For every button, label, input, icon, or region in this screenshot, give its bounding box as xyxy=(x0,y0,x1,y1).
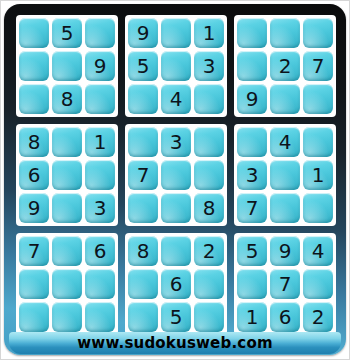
cell-r9c6[interactable] xyxy=(194,302,224,332)
cell-r5c3[interactable] xyxy=(85,160,115,190)
cell-r2c2[interactable] xyxy=(52,51,82,81)
cell-r7c5[interactable] xyxy=(161,236,191,266)
cell-r4c8[interactable]: 4 xyxy=(270,127,300,157)
cell-r3c7[interactable]: 9 xyxy=(237,84,267,114)
cell-r1c6[interactable]: 1 xyxy=(194,18,224,48)
cell-r8c3[interactable] xyxy=(85,269,115,299)
cell-r5c6[interactable] xyxy=(194,160,224,190)
cell-r8c5[interactable]: 6 xyxy=(161,269,191,299)
box-1: 598 xyxy=(16,15,118,117)
cell-r3c8[interactable] xyxy=(270,84,300,114)
box-7: 76 xyxy=(16,233,118,335)
cell-r4c5[interactable]: 3 xyxy=(161,127,191,157)
cell-r5c7[interactable]: 3 xyxy=(237,160,267,190)
cell-r4c9[interactable] xyxy=(303,127,333,157)
cell-r4c1[interactable]: 8 xyxy=(19,127,49,157)
cell-r1c7[interactable] xyxy=(237,18,267,48)
sudoku-widget: 598915342798169337843177682655947162 www… xyxy=(0,0,350,360)
cell-r2c3[interactable]: 9 xyxy=(85,51,115,81)
cell-r7c9[interactable]: 4 xyxy=(303,236,333,266)
cell-r2c8[interactable]: 2 xyxy=(270,51,300,81)
cell-r7c8[interactable]: 9 xyxy=(270,236,300,266)
cell-r6c9[interactable] xyxy=(303,193,333,223)
cell-r3c9[interactable] xyxy=(303,84,333,114)
cell-r9c3[interactable] xyxy=(85,302,115,332)
cell-r6c3[interactable]: 3 xyxy=(85,193,115,223)
cell-r6c8[interactable] xyxy=(270,193,300,223)
cell-r2c6[interactable]: 3 xyxy=(194,51,224,81)
cell-r7c6[interactable]: 2 xyxy=(194,236,224,266)
cell-r4c2[interactable] xyxy=(52,127,82,157)
cell-r1c1[interactable] xyxy=(19,18,49,48)
cell-r5c8[interactable] xyxy=(270,160,300,190)
cell-r5c2[interactable] xyxy=(52,160,82,190)
cell-r3c1[interactable] xyxy=(19,84,49,114)
box-3: 279 xyxy=(234,15,336,117)
box-8: 8265 xyxy=(125,233,227,335)
cell-r9c1[interactable] xyxy=(19,302,49,332)
cell-r3c3[interactable] xyxy=(85,84,115,114)
cell-r6c2[interactable] xyxy=(52,193,82,223)
cell-r5c5[interactable] xyxy=(161,160,191,190)
cell-r9c4[interactable] xyxy=(128,302,158,332)
cell-r9c7[interactable]: 1 xyxy=(237,302,267,332)
cell-r7c3[interactable]: 6 xyxy=(85,236,115,266)
cell-r1c5[interactable] xyxy=(161,18,191,48)
cell-r9c9[interactable]: 2 xyxy=(303,302,333,332)
cell-r2c9[interactable]: 7 xyxy=(303,51,333,81)
cell-r6c7[interactable]: 7 xyxy=(237,193,267,223)
cell-r1c9[interactable] xyxy=(303,18,333,48)
cell-r5c9[interactable]: 1 xyxy=(303,160,333,190)
cell-r4c3[interactable]: 1 xyxy=(85,127,115,157)
cell-r3c5[interactable]: 4 xyxy=(161,84,191,114)
cell-r9c5[interactable]: 5 xyxy=(161,302,191,332)
cell-r3c2[interactable]: 8 xyxy=(52,84,82,114)
cell-r6c1[interactable]: 9 xyxy=(19,193,49,223)
cell-r6c4[interactable] xyxy=(128,193,158,223)
cell-r8c2[interactable] xyxy=(52,269,82,299)
cell-r9c8[interactable]: 6 xyxy=(270,302,300,332)
cell-r4c4[interactable] xyxy=(128,127,158,157)
cell-r1c4[interactable]: 9 xyxy=(128,18,158,48)
cell-r2c5[interactable] xyxy=(161,51,191,81)
cell-r8c4[interactable] xyxy=(128,269,158,299)
footer-bar: www.sudokusweb.com xyxy=(9,332,341,354)
cell-r4c6[interactable] xyxy=(194,127,224,157)
box-5: 378 xyxy=(125,124,227,226)
cell-r6c6[interactable]: 8 xyxy=(194,193,224,223)
cell-r1c3[interactable] xyxy=(85,18,115,48)
box-6: 4317 xyxy=(234,124,336,226)
sudoku-board: 598915342798169337843177682655947162 xyxy=(16,15,336,335)
cell-r5c4[interactable]: 7 xyxy=(128,160,158,190)
cell-r8c9[interactable] xyxy=(303,269,333,299)
cell-r5c1[interactable]: 6 xyxy=(19,160,49,190)
cell-r3c4[interactable] xyxy=(128,84,158,114)
box-9: 5947162 xyxy=(234,233,336,335)
cell-r7c2[interactable] xyxy=(52,236,82,266)
box-4: 81693 xyxy=(16,124,118,226)
cell-r1c2[interactable]: 5 xyxy=(52,18,82,48)
cell-r8c1[interactable] xyxy=(19,269,49,299)
cell-r3c6[interactable] xyxy=(194,84,224,114)
cell-r7c1[interactable]: 7 xyxy=(19,236,49,266)
cell-r8c8[interactable]: 7 xyxy=(270,269,300,299)
cell-r9c2[interactable] xyxy=(52,302,82,332)
cell-r7c4[interactable]: 8 xyxy=(128,236,158,266)
cell-r8c6[interactable] xyxy=(194,269,224,299)
site-url[interactable]: www.sudokusweb.com xyxy=(77,334,272,352)
cell-r4c7[interactable] xyxy=(237,127,267,157)
cell-r2c4[interactable]: 5 xyxy=(128,51,158,81)
cell-r8c7[interactable] xyxy=(237,269,267,299)
cell-r2c7[interactable] xyxy=(237,51,267,81)
cell-r2c1[interactable] xyxy=(19,51,49,81)
cell-r7c7[interactable]: 5 xyxy=(237,236,267,266)
cell-r1c8[interactable] xyxy=(270,18,300,48)
cell-r6c5[interactable] xyxy=(161,193,191,223)
box-2: 91534 xyxy=(125,15,227,117)
